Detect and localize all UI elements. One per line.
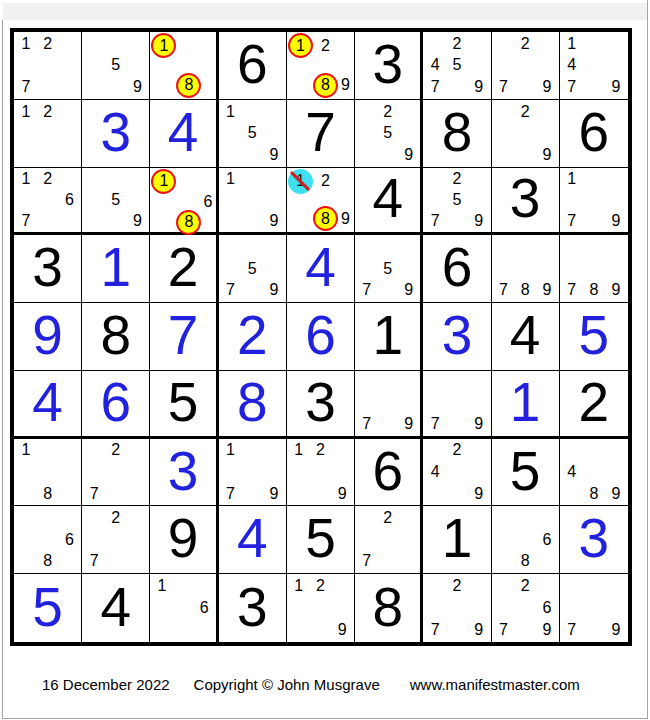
candidate-grid: 789 xyxy=(561,236,627,301)
candidate-4[interactable]: 4 xyxy=(424,55,446,77)
solved-digit: 4 xyxy=(168,105,199,160)
candidate-9[interactable]: 9 xyxy=(468,619,490,641)
candidate-9[interactable]: 9 xyxy=(605,76,627,98)
candidate-7[interactable]: 7 xyxy=(15,210,37,231)
candidate-1-yellow-circle[interactable]: 1 xyxy=(151,33,176,58)
given-digit: 4 xyxy=(372,171,403,226)
candidate-9[interactable]: 9 xyxy=(468,210,490,231)
candidate-8-yellow-circle[interactable]: 8 xyxy=(313,73,338,98)
given-digit: 1 xyxy=(442,511,473,566)
cell-r5c8[interactable]: 4 xyxy=(492,303,560,371)
candidate-1[interactable]: 1 xyxy=(561,169,583,190)
cell-r2c7[interactable]: 8 xyxy=(423,100,491,168)
candidate-9[interactable]: 9 xyxy=(338,206,353,231)
candidate-2[interactable]: 2 xyxy=(313,169,338,194)
candidate-9[interactable]: 9 xyxy=(127,76,149,98)
candidate-9[interactable]: 9 xyxy=(263,280,285,302)
candidate-grid: 1267 xyxy=(15,169,80,232)
candidate-6[interactable]: 6 xyxy=(536,597,558,619)
candidate-grid: 1289 xyxy=(288,169,353,232)
candidate-7[interactable]: 7 xyxy=(220,280,242,302)
candidate-9[interactable]: 9 xyxy=(398,280,419,302)
given-digit: 9 xyxy=(168,511,199,566)
candidate-9[interactable]: 9 xyxy=(536,76,558,98)
candidate-5[interactable]: 5 xyxy=(241,258,263,280)
candidate-grid: 179 xyxy=(561,169,627,232)
candidate-6[interactable]: 6 xyxy=(536,529,558,551)
candidate-7[interactable]: 7 xyxy=(424,414,446,435)
candidate-grid: 27 xyxy=(83,507,148,572)
candidate-9[interactable]: 9 xyxy=(605,210,627,231)
candidate-2[interactable]: 2 xyxy=(514,33,536,55)
candidate-9[interactable]: 9 xyxy=(605,280,627,302)
candidate-grid: 259 xyxy=(356,101,419,166)
candidate-2[interactable]: 2 xyxy=(310,440,332,462)
candidate-grid: 2579 xyxy=(424,169,489,232)
candidate-8[interactable]: 8 xyxy=(37,483,59,505)
cell-r4c7[interactable]: 6 xyxy=(423,235,491,303)
cell-r5c9[interactable]: 5 xyxy=(560,303,628,371)
candidate-grid: 579 xyxy=(220,236,285,301)
cell-r7c1[interactable]: 18 xyxy=(14,439,82,507)
cell-r9c7[interactable]: 279 xyxy=(423,574,491,642)
cell-r3c5[interactable]: 1289 xyxy=(287,168,355,236)
candidate-grid: 129 xyxy=(288,440,353,505)
cell-r9c8[interactable]: 2679 xyxy=(492,574,560,642)
candidate-grid: 18 xyxy=(151,33,214,98)
cell-r6c8[interactable]: 1 xyxy=(492,371,560,439)
candidate-8[interactable]: 8 xyxy=(514,280,536,302)
cell-r2c3[interactable]: 4 xyxy=(150,100,218,168)
solved-digit: 4 xyxy=(305,240,336,295)
given-digit: 6 xyxy=(442,240,473,295)
candidate-9[interactable]: 9 xyxy=(338,73,353,98)
window-frame-left xyxy=(2,20,3,718)
candidate-1-eliminated[interactable]: 1 xyxy=(288,169,313,194)
given-digit: 8 xyxy=(101,308,132,363)
cell-r1c2[interactable]: 59 xyxy=(82,32,150,100)
cell-r8c9[interactable]: 3 xyxy=(560,506,628,574)
given-digit: 3 xyxy=(510,171,541,226)
cell-r4c1[interactable]: 3 xyxy=(14,235,82,303)
candidate-9[interactable]: 9 xyxy=(468,483,490,505)
given-digit: 3 xyxy=(372,37,403,92)
cell-r4c4[interactable]: 579 xyxy=(219,235,287,303)
candidate-1[interactable]: 1 xyxy=(15,440,37,462)
candidate-2[interactable]: 2 xyxy=(514,575,536,597)
cell-r7c7[interactable]: 249 xyxy=(423,439,491,507)
candidate-grid: 79 xyxy=(424,372,489,435)
cell-r1c1[interactable]: 127 xyxy=(14,32,82,100)
cell-r7c8[interactable]: 5 xyxy=(492,439,560,507)
candidate-8[interactable]: 8 xyxy=(514,551,536,573)
candidate-5[interactable]: 5 xyxy=(377,258,398,280)
candidate-1[interactable]: 1 xyxy=(561,33,583,55)
candidate-1[interactable]: 1 xyxy=(220,440,242,462)
cell-r2c9[interactable]: 6 xyxy=(560,100,628,168)
candidate-grid: 19 xyxy=(220,169,285,232)
window-frame-right xyxy=(647,0,648,719)
candidate-7[interactable]: 7 xyxy=(561,76,583,98)
solved-digit: 3 xyxy=(101,105,132,160)
candidate-9[interactable]: 9 xyxy=(536,144,558,166)
candidate-9[interactable]: 9 xyxy=(331,619,353,641)
candidate-grid: 1289 xyxy=(288,33,353,98)
candidate-8-yellow-circle[interactable]: 8 xyxy=(313,206,338,231)
candidate-5[interactable]: 5 xyxy=(105,55,127,77)
solved-digit: 4 xyxy=(32,375,63,430)
cell-r8c2[interactable]: 27 xyxy=(82,506,150,574)
candidate-7[interactable]: 7 xyxy=(493,76,515,98)
candidate-grid: 16 xyxy=(151,575,214,641)
solved-digit: 3 xyxy=(168,444,199,499)
candidate-grid: 2679 xyxy=(493,575,558,641)
cell-r1c8[interactable]: 279 xyxy=(492,32,560,100)
given-digit: 5 xyxy=(510,444,541,499)
solved-digit: 5 xyxy=(32,580,63,635)
candidate-7[interactable]: 7 xyxy=(424,76,446,98)
candidate-7[interactable]: 7 xyxy=(356,551,377,573)
candidate-2[interactable]: 2 xyxy=(37,101,59,123)
given-digit: 8 xyxy=(372,580,403,635)
candidate-9[interactable]: 9 xyxy=(536,280,558,302)
cell-r7c4[interactable]: 179 xyxy=(219,439,287,507)
candidate-grid: 159 xyxy=(220,101,285,166)
candidate-9[interactable]: 9 xyxy=(468,414,490,435)
sudoku-board: 1275918612893245792791479123415972598296… xyxy=(10,28,632,646)
cell-r9c4[interactable]: 3 xyxy=(219,574,287,642)
cell-r6c5[interactable]: 3 xyxy=(287,371,355,439)
candidate-1[interactable]: 1 xyxy=(220,101,242,123)
cell-r5c7[interactable]: 3 xyxy=(423,303,491,371)
candidate-grid: 59 xyxy=(83,169,148,232)
cell-r9c3[interactable]: 16 xyxy=(150,574,218,642)
footer: 16 December 2022Copyright © John Musgrav… xyxy=(42,676,642,693)
candidate-1-yellow-circle[interactable]: 1 xyxy=(151,169,176,194)
candidate-7[interactable]: 7 xyxy=(424,619,446,641)
candidate-6[interactable]: 6 xyxy=(58,529,80,551)
given-digit: 3 xyxy=(32,240,63,295)
candidate-9[interactable]: 9 xyxy=(398,414,419,435)
candidate-2[interactable]: 2 xyxy=(37,169,59,190)
cell-r4c2[interactable]: 1 xyxy=(82,235,150,303)
candidate-9[interactable]: 9 xyxy=(468,76,490,98)
cell-r4c3[interactable]: 2 xyxy=(150,235,218,303)
candidate-5[interactable]: 5 xyxy=(377,122,398,144)
candidate-2[interactable]: 2 xyxy=(313,33,338,58)
cell-r3c4[interactable]: 19 xyxy=(219,168,287,236)
candidate-9[interactable]: 9 xyxy=(263,144,285,166)
given-digit: 4 xyxy=(510,308,541,363)
candidate-7[interactable]: 7 xyxy=(561,210,583,231)
candidate-2[interactable]: 2 xyxy=(37,33,59,55)
candidate-7[interactable]: 7 xyxy=(493,280,515,302)
candidate-5[interactable]: 5 xyxy=(446,189,468,210)
candidate-4[interactable]: 4 xyxy=(561,55,583,77)
candidate-5[interactable]: 5 xyxy=(446,55,468,77)
candidate-9[interactable]: 9 xyxy=(127,210,149,231)
candidate-grid: 12 xyxy=(15,101,80,166)
cell-r1c9[interactable]: 1479 xyxy=(560,32,628,100)
candidate-grid: 79 xyxy=(356,372,419,435)
cell-r6c1[interactable]: 4 xyxy=(14,371,82,439)
candidate-grid: 29 xyxy=(493,101,558,166)
solved-digit: 6 xyxy=(101,375,132,430)
cell-r3c7[interactable]: 2579 xyxy=(423,168,491,236)
candidate-9[interactable]: 9 xyxy=(263,210,285,231)
candidate-1[interactable]: 1 xyxy=(288,440,310,462)
candidate-1[interactable]: 1 xyxy=(220,169,242,190)
cell-r8c7[interactable]: 1 xyxy=(423,506,491,574)
solved-digit: 1 xyxy=(510,375,541,430)
candidate-9[interactable]: 9 xyxy=(398,144,419,166)
cell-r6c4[interactable]: 8 xyxy=(219,371,287,439)
candidate-grid: 129 xyxy=(288,575,353,641)
candidate-grid: 168 xyxy=(151,169,214,232)
given-digit: 7 xyxy=(305,105,336,160)
solved-digit: 1 xyxy=(101,240,132,295)
candidate-2[interactable]: 2 xyxy=(377,101,398,123)
candidate-6[interactable]: 6 xyxy=(201,194,214,210)
candidate-7[interactable]: 7 xyxy=(561,280,583,302)
window-frame-bottom xyxy=(2,718,648,719)
cell-r2c2[interactable]: 3 xyxy=(82,100,150,168)
cell-r4c5[interactable]: 4 xyxy=(287,235,355,303)
cell-r8c6[interactable]: 27 xyxy=(355,506,423,574)
candidate-grid: 18 xyxy=(15,440,80,505)
cell-r2c6[interactable]: 259 xyxy=(355,100,423,168)
cell-r9c5[interactable]: 129 xyxy=(287,574,355,642)
given-digit: 6 xyxy=(237,37,268,92)
cell-r3c2[interactable]: 59 xyxy=(82,168,150,236)
cell-r4c8[interactable]: 789 xyxy=(492,235,560,303)
candidate-6[interactable]: 6 xyxy=(58,189,80,210)
cell-r9c2[interactable]: 4 xyxy=(82,574,150,642)
cell-r3c9[interactable]: 179 xyxy=(560,168,628,236)
candidate-9[interactable]: 9 xyxy=(605,619,627,641)
cell-r8c1[interactable]: 68 xyxy=(14,506,82,574)
candidate-grid: 27 xyxy=(83,440,148,505)
candidate-grid: 79 xyxy=(561,575,627,641)
cell-r1c7[interactable]: 24579 xyxy=(423,32,491,100)
candidate-8[interactable]: 8 xyxy=(583,280,605,302)
solved-digit: 9 xyxy=(32,308,63,363)
cell-r9c9[interactable]: 79 xyxy=(560,574,628,642)
candidate-8-yellow-circle[interactable]: 8 xyxy=(176,210,201,235)
cell-r6c3[interactable]: 5 xyxy=(150,371,218,439)
candidate-9[interactable]: 9 xyxy=(605,483,627,505)
candidate-grid: 179 xyxy=(220,440,285,505)
cell-r2c8[interactable]: 29 xyxy=(492,100,560,168)
candidate-9[interactable]: 9 xyxy=(263,483,285,505)
candidate-2[interactable]: 2 xyxy=(105,507,127,529)
candidate-grid: 489 xyxy=(561,440,627,505)
candidate-grid: 24579 xyxy=(424,33,489,98)
given-digit: 6 xyxy=(579,105,610,160)
given-digit: 2 xyxy=(168,240,199,295)
candidate-grid: 279 xyxy=(424,575,489,641)
cell-r3c3[interactable]: 168 xyxy=(150,168,218,236)
candidate-8[interactable]: 8 xyxy=(37,551,59,573)
given-digit: 3 xyxy=(237,580,268,635)
given-digit: 8 xyxy=(442,105,473,160)
cell-r3c8[interactable]: 3 xyxy=(492,168,560,236)
candidate-7[interactable]: 7 xyxy=(424,210,446,231)
candidate-6[interactable]: 6 xyxy=(194,597,215,619)
candidate-grid: 579 xyxy=(356,236,419,301)
candidate-7[interactable]: 7 xyxy=(493,619,515,641)
cell-r7c3[interactable]: 3 xyxy=(150,439,218,507)
given-digit: 5 xyxy=(305,511,336,566)
candidate-8-yellow-circle[interactable]: 8 xyxy=(176,73,201,98)
solved-digit: 7 xyxy=(168,308,199,363)
cell-r2c4[interactable]: 159 xyxy=(219,100,287,168)
given-digit: 3 xyxy=(305,375,336,430)
cell-r2c5[interactable]: 7 xyxy=(287,100,355,168)
candidate-1[interactable]: 1 xyxy=(15,169,37,190)
given-digit: 2 xyxy=(579,375,610,430)
cell-r3c1[interactable]: 1267 xyxy=(14,168,82,236)
cell-r9c6[interactable]: 8 xyxy=(355,574,423,642)
candidate-7[interactable]: 7 xyxy=(356,414,377,435)
candidate-7[interactable]: 7 xyxy=(356,280,377,302)
candidate-2[interactable]: 2 xyxy=(446,440,468,462)
cell-r5c3[interactable]: 7 xyxy=(150,303,218,371)
cell-r8c3[interactable]: 9 xyxy=(150,506,218,574)
cell-r6c6[interactable]: 79 xyxy=(355,371,423,439)
solved-digit: 3 xyxy=(442,308,473,363)
cell-r7c9[interactable]: 489 xyxy=(560,439,628,507)
candidate-7[interactable]: 7 xyxy=(220,483,242,505)
cell-r7c6[interactable]: 6 xyxy=(355,439,423,507)
cell-r2c1[interactable]: 12 xyxy=(14,100,82,168)
candidate-7[interactable]: 7 xyxy=(561,619,583,641)
given-digit: 4 xyxy=(101,580,132,635)
cell-r1c5[interactable]: 1289 xyxy=(287,32,355,100)
cell-r1c6[interactable]: 3 xyxy=(355,32,423,100)
candidate-grid: 59 xyxy=(83,33,148,98)
solved-digit: 8 xyxy=(237,375,268,430)
candidate-9[interactable]: 9 xyxy=(331,483,353,505)
cell-r8c4[interactable]: 4 xyxy=(219,506,287,574)
given-digit: 5 xyxy=(168,375,199,430)
cell-r3c6[interactable]: 4 xyxy=(355,168,423,236)
candidate-2[interactable]: 2 xyxy=(310,575,332,597)
cell-r6c9[interactable]: 2 xyxy=(560,371,628,439)
candidate-grid: 27 xyxy=(356,507,419,572)
candidate-7[interactable]: 7 xyxy=(83,483,105,505)
candidate-grid: 789 xyxy=(493,236,558,301)
cell-r8c5[interactable]: 5 xyxy=(287,506,355,574)
candidate-grid: 127 xyxy=(15,33,80,98)
candidate-1[interactable]: 1 xyxy=(15,33,37,55)
candidate-1[interactable]: 1 xyxy=(15,101,37,123)
candidate-grid: 68 xyxy=(15,507,80,572)
cell-r1c3[interactable]: 18 xyxy=(150,32,218,100)
cell-r5c2[interactable]: 8 xyxy=(82,303,150,371)
candidate-5[interactable]: 5 xyxy=(105,189,127,210)
cell-r8c8[interactable]: 68 xyxy=(492,506,560,574)
cell-r4c6[interactable]: 579 xyxy=(355,235,423,303)
candidate-grid: 1479 xyxy=(561,33,627,98)
page-top-band xyxy=(3,3,647,20)
candidate-8[interactable]: 8 xyxy=(583,483,605,505)
candidate-2[interactable]: 2 xyxy=(446,33,468,55)
cell-r5c6[interactable]: 1 xyxy=(355,303,423,371)
cell-r7c2[interactable]: 27 xyxy=(82,439,150,507)
candidate-grid: 68 xyxy=(493,507,558,572)
cell-r6c7[interactable]: 79 xyxy=(423,371,491,439)
elimination-slash-icon xyxy=(290,171,311,192)
solved-digit: 2 xyxy=(237,308,268,363)
candidate-4[interactable]: 4 xyxy=(424,461,446,483)
candidate-4[interactable]: 4 xyxy=(561,461,583,483)
solved-digit: 3 xyxy=(579,511,610,566)
cell-r9c1[interactable]: 5 xyxy=(14,574,82,642)
footer-date: 16 December 2022 xyxy=(42,676,170,693)
candidate-2[interactable]: 2 xyxy=(105,440,127,462)
solved-digit: 6 xyxy=(305,308,336,363)
candidate-2[interactable]: 2 xyxy=(446,575,468,597)
cell-r5c1[interactable]: 9 xyxy=(14,303,82,371)
candidate-1-yellow-circle[interactable]: 1 xyxy=(288,33,313,58)
candidate-5[interactable]: 5 xyxy=(241,122,263,144)
cell-r7c5[interactable]: 129 xyxy=(287,439,355,507)
cell-r6c2[interactable]: 6 xyxy=(82,371,150,439)
candidate-1[interactable]: 1 xyxy=(151,575,172,597)
footer-copyright: Copyright © John Musgrave xyxy=(194,676,380,693)
footer-url[interactable]: www.manifestmaster.com xyxy=(410,676,580,693)
solved-digit: 4 xyxy=(237,511,268,566)
given-digit: 6 xyxy=(372,444,403,499)
candidate-2[interactable]: 2 xyxy=(446,169,468,190)
candidate-7[interactable]: 7 xyxy=(15,76,37,98)
cell-r4c9[interactable]: 789 xyxy=(560,235,628,303)
solved-digit: 5 xyxy=(579,308,610,363)
candidate-9[interactable]: 9 xyxy=(536,619,558,641)
cell-r5c5[interactable]: 6 xyxy=(287,303,355,371)
cell-r1c4[interactable]: 6 xyxy=(219,32,287,100)
candidate-7[interactable]: 7 xyxy=(83,551,105,573)
candidate-1[interactable]: 1 xyxy=(288,575,310,597)
given-digit: 1 xyxy=(372,308,403,363)
cell-r5c4[interactable]: 2 xyxy=(219,303,287,371)
candidate-grid: 279 xyxy=(493,33,558,98)
candidate-grid: 249 xyxy=(424,440,489,505)
candidate-2[interactable]: 2 xyxy=(377,507,398,529)
candidate-2[interactable]: 2 xyxy=(514,101,536,123)
